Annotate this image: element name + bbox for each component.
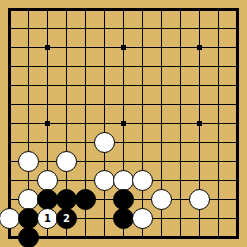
board-intersection[interactable] — [228, 76, 247, 95]
board-intersection[interactable] — [171, 19, 190, 38]
board-intersection[interactable] — [38, 171, 57, 190]
white-stone — [18, 189, 39, 210]
board-intersection[interactable] — [38, 190, 57, 209]
board-intersection[interactable] — [133, 228, 152, 247]
white-stone — [151, 189, 172, 210]
board-intersection[interactable] — [19, 190, 38, 209]
board-intersection[interactable] — [171, 0, 190, 19]
board-intersection[interactable] — [95, 57, 114, 76]
board-intersection[interactable] — [19, 133, 38, 152]
board-intersection[interactable] — [190, 76, 209, 95]
board-intersection[interactable] — [38, 133, 57, 152]
board-intersection[interactable] — [190, 171, 209, 190]
board-intersection[interactable] — [209, 95, 228, 114]
board-intersection[interactable] — [95, 76, 114, 95]
board-intersection[interactable] — [57, 228, 76, 247]
board-intersection[interactable] — [152, 19, 171, 38]
board-intersection[interactable]: 1 — [38, 209, 57, 228]
board-intersection[interactable] — [228, 228, 247, 247]
board-intersection[interactable] — [38, 19, 57, 38]
board-intersection[interactable] — [57, 76, 76, 95]
board-intersection[interactable] — [228, 38, 247, 57]
board-intersection[interactable] — [76, 114, 95, 133]
board-intersection[interactable] — [114, 152, 133, 171]
board-intersection[interactable] — [0, 19, 19, 38]
board-intersection[interactable] — [133, 19, 152, 38]
board-intersection[interactable] — [0, 228, 19, 247]
board-intersection[interactable] — [190, 38, 209, 57]
board-intersection[interactable] — [152, 38, 171, 57]
board-intersection[interactable] — [209, 133, 228, 152]
white-stone — [37, 170, 58, 191]
board-intersection[interactable] — [19, 76, 38, 95]
board-intersection[interactable] — [152, 228, 171, 247]
board-intersection[interactable] — [152, 57, 171, 76]
board-intersection[interactable] — [0, 95, 19, 114]
board-intersection[interactable] — [57, 0, 76, 19]
board-intersection[interactable] — [76, 171, 95, 190]
board-intersection[interactable] — [152, 133, 171, 152]
star-point — [197, 121, 202, 126]
board-intersection[interactable] — [190, 190, 209, 209]
board-intersection[interactable] — [114, 209, 133, 228]
white-stone — [94, 132, 115, 153]
white-stone — [132, 208, 153, 229]
board-intersection[interactable] — [171, 190, 190, 209]
board-intersection[interactable] — [19, 171, 38, 190]
board-intersection[interactable] — [57, 95, 76, 114]
board-intersection[interactable] — [190, 133, 209, 152]
white-stone — [18, 151, 39, 172]
board-intersection[interactable] — [114, 114, 133, 133]
board-intersection[interactable] — [133, 57, 152, 76]
board-intersection[interactable] — [76, 152, 95, 171]
board-intersection[interactable] — [76, 76, 95, 95]
black-stone — [18, 208, 39, 229]
white-stone — [0, 208, 20, 229]
board-intersection[interactable] — [95, 133, 114, 152]
board-intersection[interactable] — [133, 133, 152, 152]
board-intersection[interactable] — [228, 152, 247, 171]
board-intersection[interactable] — [0, 209, 19, 228]
board-intersection[interactable] — [19, 38, 38, 57]
board-intersection[interactable] — [133, 171, 152, 190]
white-stone — [132, 170, 153, 191]
board-intersection[interactable] — [133, 190, 152, 209]
board-intersection[interactable] — [228, 95, 247, 114]
board-intersection[interactable] — [171, 76, 190, 95]
board-intersection[interactable] — [38, 38, 57, 57]
board-intersection[interactable] — [133, 38, 152, 57]
black-stone — [113, 189, 134, 210]
board-intersection[interactable] — [0, 76, 19, 95]
board-intersection[interactable] — [190, 228, 209, 247]
board-intersection[interactable] — [0, 114, 19, 133]
move-number-label: 1 — [44, 214, 51, 224]
board-intersection[interactable] — [209, 171, 228, 190]
board-intersection[interactable] — [114, 19, 133, 38]
white-stone — [94, 170, 115, 191]
board-intersection[interactable] — [152, 209, 171, 228]
board-intersection[interactable] — [133, 114, 152, 133]
board-intersection[interactable] — [209, 38, 228, 57]
board-intersection[interactable] — [57, 19, 76, 38]
board-intersection[interactable] — [133, 0, 152, 19]
board-intersection[interactable] — [209, 19, 228, 38]
board-intersection[interactable] — [152, 76, 171, 95]
board-intersection[interactable] — [228, 0, 247, 19]
star-point — [121, 45, 126, 50]
board-intersection[interactable] — [0, 0, 19, 19]
board-intersection[interactable] — [0, 171, 19, 190]
board-intersection[interactable] — [57, 152, 76, 171]
board-intersection[interactable] — [114, 38, 133, 57]
board-intersection[interactable] — [95, 209, 114, 228]
board-intersection[interactable] — [38, 76, 57, 95]
star-point — [45, 121, 50, 126]
board-intersection[interactable] — [114, 95, 133, 114]
move-number-label: 2 — [63, 214, 70, 224]
board-intersection[interactable] — [133, 152, 152, 171]
board-intersection[interactable] — [190, 114, 209, 133]
black-stone — [113, 208, 134, 229]
board-intersection[interactable] — [171, 171, 190, 190]
black-stone — [37, 189, 58, 210]
board-intersection[interactable] — [190, 19, 209, 38]
board-intersection[interactable] — [114, 0, 133, 19]
board-intersection[interactable] — [171, 57, 190, 76]
board-intersection[interactable] — [76, 95, 95, 114]
board-intersection[interactable] — [19, 209, 38, 228]
board-intersection[interactable] — [19, 57, 38, 76]
board-intersection[interactable] — [95, 190, 114, 209]
board-intersection[interactable] — [114, 76, 133, 95]
star-point — [45, 45, 50, 50]
white-stone — [189, 189, 210, 210]
board-intersection[interactable] — [19, 228, 38, 247]
board-intersection[interactable] — [114, 57, 133, 76]
board-intersection[interactable] — [190, 57, 209, 76]
board-intersection[interactable] — [209, 190, 228, 209]
board-intersection[interactable] — [190, 95, 209, 114]
board-intersection[interactable] — [76, 209, 95, 228]
white-stone — [113, 170, 134, 191]
board-intersection[interactable] — [76, 38, 95, 57]
board-intersection[interactable] — [152, 95, 171, 114]
board-intersection[interactable] — [171, 114, 190, 133]
board-intersection[interactable] — [38, 114, 57, 133]
board-intersection[interactable] — [190, 209, 209, 228]
board-intersection[interactable] — [152, 114, 171, 133]
board-intersection[interactable] — [95, 38, 114, 57]
board-intersection[interactable] — [114, 228, 133, 247]
board-intersection[interactable] — [171, 228, 190, 247]
board-intersection[interactable] — [133, 95, 152, 114]
board-intersection[interactable] — [171, 133, 190, 152]
board-intersection[interactable] — [114, 190, 133, 209]
star-point — [121, 121, 126, 126]
board-intersection[interactable] — [152, 171, 171, 190]
star-point — [197, 45, 202, 50]
board-intersection[interactable] — [95, 0, 114, 19]
board-intersection[interactable] — [228, 57, 247, 76]
board-intersection[interactable] — [95, 152, 114, 171]
board-intersection[interactable] — [95, 171, 114, 190]
board-intersection[interactable] — [57, 190, 76, 209]
board-intersection[interactable] — [38, 57, 57, 76]
board-intersection[interactable] — [228, 114, 247, 133]
board-intersection[interactable] — [209, 57, 228, 76]
board-intersection[interactable] — [76, 190, 95, 209]
board-intersection[interactable] — [209, 76, 228, 95]
board-intersection[interactable] — [209, 114, 228, 133]
board-intersection[interactable] — [228, 190, 247, 209]
board-intersection[interactable] — [19, 152, 38, 171]
board-intersection[interactable] — [76, 19, 95, 38]
board-intersection[interactable] — [0, 152, 19, 171]
board-intersection[interactable] — [57, 133, 76, 152]
board-intersection[interactable] — [0, 190, 19, 209]
white-stone: 1 — [37, 208, 58, 229]
board-intersection[interactable] — [38, 228, 57, 247]
black-stone — [75, 189, 96, 210]
board-intersection[interactable] — [19, 95, 38, 114]
board-intersection[interactable] — [57, 171, 76, 190]
board-intersection[interactable] — [228, 209, 247, 228]
board-intersection[interactable] — [95, 95, 114, 114]
board-intersection[interactable] — [228, 19, 247, 38]
black-stone — [56, 189, 77, 210]
board-intersection[interactable] — [171, 95, 190, 114]
board-intersection[interactable] — [209, 209, 228, 228]
board-intersection[interactable] — [95, 19, 114, 38]
board-intersection[interactable] — [19, 114, 38, 133]
board-intersection[interactable] — [57, 57, 76, 76]
board-intersection[interactable] — [76, 57, 95, 76]
board-intersection[interactable] — [0, 57, 19, 76]
board-intersection[interactable] — [38, 95, 57, 114]
board-intersection[interactable] — [228, 133, 247, 152]
board-intersection[interactable] — [57, 38, 76, 57]
board-intersection[interactable] — [19, 19, 38, 38]
white-stone — [56, 151, 77, 172]
board-intersection[interactable] — [152, 190, 171, 209]
board-intersection[interactable] — [38, 0, 57, 19]
board-intersection[interactable] — [95, 228, 114, 247]
board-intersection[interactable] — [171, 38, 190, 57]
board-intersection[interactable]: 2 — [57, 209, 76, 228]
board-intersection[interactable] — [76, 133, 95, 152]
black-stone: 2 — [56, 208, 77, 229]
board-intersection[interactable] — [152, 0, 171, 19]
board-intersection[interactable] — [95, 114, 114, 133]
board-intersection[interactable] — [228, 171, 247, 190]
board-intersection[interactable] — [114, 133, 133, 152]
board-intersection[interactable] — [0, 133, 19, 152]
go-board: 12 — [0, 0, 247, 247]
black-stone — [18, 227, 39, 247]
board-intersection[interactable] — [57, 114, 76, 133]
board-intersection[interactable] — [133, 209, 152, 228]
board-intersection[interactable] — [0, 38, 19, 57]
board-intersection[interactable] — [209, 0, 228, 19]
board-intersection[interactable] — [190, 152, 209, 171]
board-intersection[interactable] — [209, 228, 228, 247]
board-intersection[interactable] — [76, 228, 95, 247]
board-intersection[interactable] — [19, 0, 38, 19]
board-intersection[interactable] — [171, 152, 190, 171]
board-intersection[interactable] — [190, 0, 209, 19]
board-intersection[interactable] — [114, 171, 133, 190]
board-intersection[interactable] — [152, 152, 171, 171]
board-intersection[interactable] — [76, 0, 95, 19]
board-intersection[interactable] — [38, 152, 57, 171]
board-intersection[interactable] — [171, 209, 190, 228]
board-intersection[interactable] — [209, 152, 228, 171]
board-intersection[interactable] — [133, 76, 152, 95]
